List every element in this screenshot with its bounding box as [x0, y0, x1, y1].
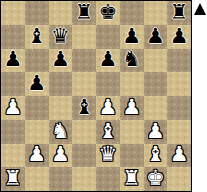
square-c5[interactable]: [49, 72, 73, 96]
square-f6[interactable]: ♞: [120, 49, 144, 73]
square-f3[interactable]: [120, 120, 144, 144]
square-g1[interactable]: ♚: [144, 167, 168, 191]
square-h7[interactable]: ♟: [167, 25, 191, 49]
square-f7[interactable]: ♟: [120, 25, 144, 49]
white-rook-piece: ♜: [3, 168, 22, 189]
square-b8[interactable]: [25, 1, 49, 25]
square-d4[interactable]: ♝: [72, 96, 96, 120]
square-e6[interactable]: ♟: [96, 49, 120, 73]
square-h4[interactable]: [167, 96, 191, 120]
square-f1[interactable]: ♜: [120, 167, 144, 191]
square-b5[interactable]: ♟: [25, 72, 49, 96]
square-c1[interactable]: [49, 167, 73, 191]
white-rook-piece: ♜: [122, 168, 141, 189]
square-c8[interactable]: [49, 1, 73, 25]
square-a3[interactable]: [1, 120, 25, 144]
square-a5[interactable]: [1, 72, 25, 96]
square-g4[interactable]: [144, 96, 168, 120]
square-h2[interactable]: ♟: [167, 144, 191, 168]
square-b4[interactable]: [25, 96, 49, 120]
square-e2[interactable]: ♛: [96, 144, 120, 168]
black-pawn-piece: ♟: [51, 49, 70, 70]
square-c7[interactable]: ♛: [49, 25, 73, 49]
black-pawn-piece: ♟: [3, 49, 22, 70]
square-e3[interactable]: ♝: [96, 120, 120, 144]
square-h8[interactable]: ♜: [167, 1, 191, 25]
black-queen-piece: ♛: [51, 26, 70, 47]
white-pawn-piece: ♟: [122, 97, 141, 118]
square-d8[interactable]: ♜: [72, 1, 96, 25]
square-g2[interactable]: ♝: [144, 144, 168, 168]
square-g5[interactable]: [144, 72, 168, 96]
black-bishop-piece: ♝: [27, 26, 46, 47]
black-pawn-piece: ♟: [146, 26, 165, 47]
square-a2[interactable]: [1, 144, 25, 168]
square-g3[interactable]: ♟: [144, 120, 168, 144]
square-b7[interactable]: ♝: [25, 25, 49, 49]
square-a1[interactable]: ♜: [1, 167, 25, 191]
square-f4[interactable]: ♟: [120, 96, 144, 120]
black-rook-piece: ♜: [75, 2, 94, 23]
white-bishop-piece: ♝: [98, 121, 117, 142]
square-h1[interactable]: [167, 167, 191, 191]
black-pawn-piece: ♟: [27, 73, 46, 94]
black-knight-piece: ♞: [122, 49, 141, 70]
side-panel: [192, 0, 207, 192]
black-rook-piece: ♜: [170, 2, 189, 23]
square-d3[interactable]: [72, 120, 96, 144]
white-bishop-piece: ♝: [146, 144, 165, 165]
square-b6[interactable]: [25, 49, 49, 73]
square-a7[interactable]: [1, 25, 25, 49]
square-f8[interactable]: [120, 1, 144, 25]
square-f2[interactable]: [120, 144, 144, 168]
black-pawn-piece: ♟: [170, 26, 189, 47]
square-g6[interactable]: [144, 49, 168, 73]
square-c4[interactable]: [49, 96, 73, 120]
square-b1[interactable]: [25, 167, 49, 191]
square-f5[interactable]: [120, 72, 144, 96]
black-king-piece: ♚: [98, 2, 117, 23]
square-d2[interactable]: [72, 144, 96, 168]
square-e4[interactable]: ♟: [96, 96, 120, 120]
square-e8[interactable]: ♚: [96, 1, 120, 25]
square-h3[interactable]: [167, 120, 191, 144]
chess-board: ♜♚♜♝♛♟♟♟♟♟♟♞♟♟♝♟♟♞♝♟♟♟♛♝♟♜♜♚: [0, 0, 192, 192]
square-g7[interactable]: ♟: [144, 25, 168, 49]
square-d6[interactable]: [72, 49, 96, 73]
square-b3[interactable]: [25, 120, 49, 144]
square-h6[interactable]: [167, 49, 191, 73]
square-e7[interactable]: [96, 25, 120, 49]
square-a8[interactable]: [1, 1, 25, 25]
square-c2[interactable]: ♟: [49, 144, 73, 168]
black-pawn-piece: ♟: [122, 26, 141, 47]
white-pawn-piece: ♟: [98, 97, 117, 118]
black-bishop-piece: ♝: [75, 97, 94, 118]
black-pawn-piece: ♟: [98, 49, 117, 70]
square-e1[interactable]: [96, 167, 120, 191]
square-d5[interactable]: [72, 72, 96, 96]
square-b2[interactable]: ♟: [25, 144, 49, 168]
black-to-move-triangle-icon: [194, 3, 206, 15]
white-queen-piece: ♛: [98, 144, 117, 165]
white-pawn-piece: ♟: [3, 97, 22, 118]
square-a4[interactable]: ♟: [1, 96, 25, 120]
square-g8[interactable]: [144, 1, 168, 25]
square-d7[interactable]: [72, 25, 96, 49]
white-pawn-piece: ♟: [27, 144, 46, 165]
square-d1[interactable]: [72, 167, 96, 191]
square-c6[interactable]: ♟: [49, 49, 73, 73]
square-a6[interactable]: ♟: [1, 49, 25, 73]
white-pawn-piece: ♟: [51, 144, 70, 165]
white-king-piece: ♚: [146, 168, 165, 189]
square-h5[interactable]: [167, 72, 191, 96]
square-c3[interactable]: ♞: [49, 120, 73, 144]
square-e5[interactable]: [96, 72, 120, 96]
white-pawn-piece: ♟: [170, 144, 189, 165]
chess-diagram: ♜♚♜♝♛♟♟♟♟♟♟♞♟♟♝♟♟♞♝♟♟♟♛♝♟♜♜♚: [0, 0, 207, 192]
white-knight-piece: ♞: [51, 121, 70, 142]
white-pawn-piece: ♟: [146, 121, 165, 142]
